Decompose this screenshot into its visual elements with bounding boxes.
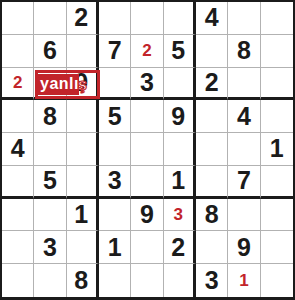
cell-r8c8[interactable]: 9 bbox=[228, 231, 260, 264]
cell-r9c7[interactable]: 3 bbox=[196, 264, 228, 297]
cell-r5c1[interactable]: 4 bbox=[2, 133, 34, 166]
cell-r1c7[interactable]: 4 bbox=[196, 2, 228, 35]
cell-r9c5[interactable] bbox=[131, 264, 163, 297]
cell-r2c2[interactable]: 6 bbox=[34, 35, 66, 68]
given-digit: 7 bbox=[237, 168, 251, 193]
cell-r6c7[interactable] bbox=[196, 166, 228, 199]
cell-r8c3[interactable] bbox=[67, 231, 99, 264]
cell-r1c8[interactable] bbox=[228, 2, 260, 35]
cell-r6c2[interactable]: 5 bbox=[34, 166, 66, 199]
cell-r7c3[interactable]: 1 bbox=[67, 199, 99, 232]
cell-r4c9[interactable] bbox=[261, 100, 293, 133]
cell-r6c9[interactable] bbox=[261, 166, 293, 199]
given-digit: 1 bbox=[270, 136, 284, 161]
error-digit: 2 bbox=[142, 42, 151, 59]
cell-r5c6[interactable] bbox=[164, 133, 196, 166]
cell-r9c4[interactable] bbox=[99, 264, 131, 297]
given-digit: 8 bbox=[205, 202, 219, 227]
cell-r2c1[interactable] bbox=[2, 35, 34, 68]
given-digit: 3 bbox=[43, 235, 57, 260]
cell-r2c3[interactable] bbox=[67, 35, 99, 68]
cell-r7c6[interactable]: 3 bbox=[164, 199, 196, 232]
cell-r9c9[interactable] bbox=[261, 264, 293, 297]
cell-r1c4[interactable] bbox=[99, 2, 131, 35]
given-digit: 1 bbox=[74, 202, 88, 227]
cell-r1c1[interactable] bbox=[2, 2, 34, 35]
cell-r3c8[interactable] bbox=[228, 68, 260, 101]
cell-r4c8[interactable]: 4 bbox=[228, 100, 260, 133]
cell-r7c4[interactable] bbox=[99, 199, 131, 232]
given-digit: 4 bbox=[237, 104, 251, 129]
cell-r2c6[interactable]: 5 bbox=[164, 35, 196, 68]
cell-r1c3[interactable]: 2 bbox=[67, 2, 99, 35]
cell-r4c7[interactable] bbox=[196, 100, 228, 133]
cell-r3c2[interactable] bbox=[34, 68, 66, 101]
given-digit: 1 bbox=[108, 235, 122, 260]
given-digit: 4 bbox=[11, 136, 25, 161]
cell-r9c3[interactable]: 8 bbox=[67, 264, 99, 297]
error-digit: 2 bbox=[13, 74, 22, 91]
cell-r1c2[interactable] bbox=[34, 2, 66, 35]
cell-r7c5[interactable]: 9 bbox=[131, 199, 163, 232]
cell-r6c4[interactable]: 3 bbox=[99, 166, 131, 199]
error-digit: 1 bbox=[239, 272, 248, 289]
cell-r8c5[interactable] bbox=[131, 231, 163, 264]
cell-r1c9[interactable] bbox=[261, 2, 293, 35]
error-digit: 3 bbox=[174, 206, 183, 223]
cell-r9c1[interactable] bbox=[2, 264, 34, 297]
cell-r8c2[interactable]: 3 bbox=[34, 231, 66, 264]
given-digit: 2 bbox=[74, 5, 88, 30]
given-digit: 8 bbox=[237, 38, 251, 63]
cell-r3c7[interactable]: 2 bbox=[196, 68, 228, 101]
given-digit: 7 bbox=[108, 38, 122, 63]
given-digit: 5 bbox=[43, 168, 57, 193]
cell-r9c8[interactable]: 1 bbox=[228, 264, 260, 297]
given-digit: 9 bbox=[74, 70, 88, 95]
cell-r5c5[interactable] bbox=[131, 133, 163, 166]
cell-r6c8[interactable]: 7 bbox=[228, 166, 260, 199]
given-digit: 8 bbox=[43, 104, 57, 129]
cell-r7c7[interactable]: 8 bbox=[196, 199, 228, 232]
given-digit: 9 bbox=[171, 104, 185, 129]
given-digit: 4 bbox=[205, 5, 219, 30]
cell-r5c9[interactable]: 1 bbox=[261, 133, 293, 166]
cell-r3c4[interactable] bbox=[99, 68, 131, 101]
cell-r3c9[interactable] bbox=[261, 68, 293, 101]
given-digit: 3 bbox=[140, 70, 154, 95]
given-digit: 2 bbox=[205, 70, 219, 95]
cell-r2c5[interactable]: 2 bbox=[131, 35, 163, 68]
given-digit: 8 bbox=[74, 268, 88, 293]
cell-r4c6[interactable]: 9 bbox=[164, 100, 196, 133]
given-digit: 3 bbox=[108, 168, 122, 193]
given-digit: 6 bbox=[43, 38, 57, 63]
cell-r5c7[interactable] bbox=[196, 133, 228, 166]
cell-r1c5[interactable] bbox=[131, 2, 163, 35]
cell-r8c9[interactable] bbox=[261, 231, 293, 264]
cell-r4c4[interactable]: 5 bbox=[99, 100, 131, 133]
given-digit: 1 bbox=[171, 168, 185, 193]
cell-r5c3[interactable] bbox=[67, 133, 99, 166]
given-digit: 2 bbox=[171, 235, 185, 260]
cell-r2c9[interactable] bbox=[261, 35, 293, 68]
cell-r7c2[interactable] bbox=[34, 199, 66, 232]
cell-r7c9[interactable] bbox=[261, 199, 293, 232]
cell-r6c3[interactable] bbox=[67, 166, 99, 199]
cell-r3c5[interactable]: 3 bbox=[131, 68, 163, 101]
cell-r7c8[interactable] bbox=[228, 199, 260, 232]
given-digit: 3 bbox=[205, 268, 219, 293]
given-digit: 5 bbox=[171, 38, 185, 63]
cell-r2c7[interactable] bbox=[196, 35, 228, 68]
cell-r3c3[interactable]: 9 bbox=[67, 68, 99, 101]
cell-r6c5[interactable] bbox=[131, 166, 163, 199]
cell-r2c4[interactable]: 7 bbox=[99, 35, 131, 68]
cell-r9c6[interactable] bbox=[164, 264, 196, 297]
cell-r8c7[interactable] bbox=[196, 231, 228, 264]
cell-r4c3[interactable] bbox=[67, 100, 99, 133]
cell-r6c1[interactable] bbox=[2, 166, 34, 199]
sudoku-board: yanlı ş 24672582932859441531719383129831 bbox=[0, 0, 295, 300]
cell-r2c8[interactable]: 8 bbox=[228, 35, 260, 68]
given-digit: 5 bbox=[108, 104, 122, 129]
cell-r4c1[interactable] bbox=[2, 100, 34, 133]
cell-r1c6[interactable] bbox=[164, 2, 196, 35]
cell-r3c6[interactable] bbox=[164, 68, 196, 101]
cell-r5c8[interactable] bbox=[228, 133, 260, 166]
cell-r8c4[interactable]: 1 bbox=[99, 231, 131, 264]
cell-r6c6[interactable]: 1 bbox=[164, 166, 196, 199]
given-digit: 9 bbox=[237, 235, 251, 260]
cell-r3c1[interactable]: 2 bbox=[2, 68, 34, 101]
cell-r8c6[interactable]: 2 bbox=[164, 231, 196, 264]
cell-r9c2[interactable] bbox=[34, 264, 66, 297]
cell-r8c1[interactable] bbox=[2, 231, 34, 264]
given-digit: 9 bbox=[140, 202, 154, 227]
cell-r5c2[interactable] bbox=[34, 133, 66, 166]
cell-r4c2[interactable]: 8 bbox=[34, 100, 66, 133]
cell-r5c4[interactable] bbox=[99, 133, 131, 166]
cell-r4c5[interactable] bbox=[131, 100, 163, 133]
cell-r7c1[interactable] bbox=[2, 199, 34, 232]
